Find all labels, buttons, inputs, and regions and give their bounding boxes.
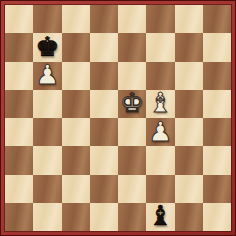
square-a8[interactable] [5, 5, 33, 33]
square-g3[interactable] [175, 146, 203, 174]
square-h2[interactable] [203, 175, 231, 203]
square-a1[interactable] [5, 203, 33, 231]
square-a2[interactable] [5, 175, 33, 203]
square-e2[interactable] [118, 175, 146, 203]
piece-black-king[interactable]: ♚ [35, 33, 59, 60]
square-c6[interactable] [62, 62, 90, 90]
square-b3[interactable] [33, 146, 61, 174]
square-a4[interactable] [5, 118, 33, 146]
square-b7[interactable]: ♚ [33, 33, 61, 61]
square-a6[interactable] [5, 62, 33, 90]
square-f8[interactable] [146, 5, 174, 33]
square-e4[interactable] [118, 118, 146, 146]
square-c3[interactable] [62, 146, 90, 174]
square-e1[interactable] [118, 203, 146, 231]
square-e6[interactable] [118, 62, 146, 90]
square-d7[interactable] [90, 33, 118, 61]
square-f3[interactable] [146, 146, 174, 174]
piece-white-pawn[interactable]: ♟ [148, 118, 172, 145]
square-g5[interactable] [175, 90, 203, 118]
square-h4[interactable] [203, 118, 231, 146]
piece-white-king[interactable]: ♚ [120, 89, 144, 116]
square-f6[interactable] [146, 62, 174, 90]
square-f1[interactable]: ♝ [146, 203, 174, 231]
piece-white-pawn[interactable]: ♟ [35, 61, 59, 88]
square-h3[interactable] [203, 146, 231, 174]
square-b4[interactable] [33, 118, 61, 146]
square-b6[interactable]: ♟ [33, 62, 61, 90]
square-g1[interactable] [175, 203, 203, 231]
square-h1[interactable] [203, 203, 231, 231]
square-d2[interactable] [90, 175, 118, 203]
square-h8[interactable] [203, 5, 231, 33]
square-h5[interactable] [203, 90, 231, 118]
square-e8[interactable] [118, 5, 146, 33]
square-a7[interactable] [5, 33, 33, 61]
square-g8[interactable] [175, 5, 203, 33]
square-e3[interactable] [118, 146, 146, 174]
square-g6[interactable] [175, 62, 203, 90]
chess-board: ♚♟♚♝♟♝ [5, 5, 231, 231]
square-h7[interactable] [203, 33, 231, 61]
square-d6[interactable] [90, 62, 118, 90]
square-d5[interactable] [90, 90, 118, 118]
square-c1[interactable] [62, 203, 90, 231]
square-e5[interactable]: ♚ [118, 90, 146, 118]
square-d4[interactable] [90, 118, 118, 146]
square-c4[interactable] [62, 118, 90, 146]
square-d8[interactable] [90, 5, 118, 33]
piece-white-bishop[interactable]: ♝ [148, 89, 172, 116]
square-g4[interactable] [175, 118, 203, 146]
square-a3[interactable] [5, 146, 33, 174]
square-b2[interactable] [33, 175, 61, 203]
square-f2[interactable] [146, 175, 174, 203]
square-g2[interactable] [175, 175, 203, 203]
square-e7[interactable] [118, 33, 146, 61]
square-f4[interactable]: ♟ [146, 118, 174, 146]
square-d3[interactable] [90, 146, 118, 174]
square-b8[interactable] [33, 5, 61, 33]
square-f5[interactable]: ♝ [146, 90, 174, 118]
square-c5[interactable] [62, 90, 90, 118]
square-g7[interactable] [175, 33, 203, 61]
square-b5[interactable] [33, 90, 61, 118]
piece-black-bishop[interactable]: ♝ [148, 202, 172, 229]
square-f7[interactable] [146, 33, 174, 61]
square-d1[interactable] [90, 203, 118, 231]
square-a5[interactable] [5, 90, 33, 118]
square-b1[interactable] [33, 203, 61, 231]
square-c7[interactable] [62, 33, 90, 61]
chess-board-frame: ♚♟♚♝♟♝ [0, 0, 236, 236]
square-c2[interactable] [62, 175, 90, 203]
square-c8[interactable] [62, 5, 90, 33]
square-h6[interactable] [203, 62, 231, 90]
